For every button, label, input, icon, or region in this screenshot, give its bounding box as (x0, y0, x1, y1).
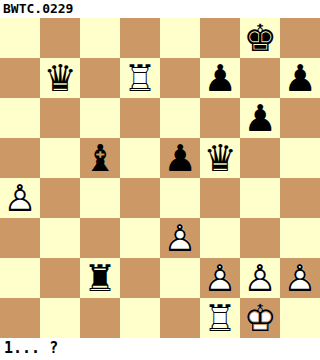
white-king-piece: ♚♔ (240, 298, 280, 338)
square-f3 (200, 218, 240, 258)
square-g6: ♟ (240, 98, 280, 138)
black-rook-piece: ♜ (80, 258, 120, 298)
square-d5 (120, 138, 160, 178)
black-pawn-piece: ♟ (200, 58, 240, 98)
square-h7: ♟ (280, 58, 320, 98)
puzzle-id: BWTC.0229 (0, 0, 320, 18)
square-e5: ♟ (160, 138, 200, 178)
square-c8 (80, 18, 120, 58)
square-e6 (160, 98, 200, 138)
square-d4 (120, 178, 160, 218)
square-a4: ♟♙ (0, 178, 40, 218)
square-a8 (0, 18, 40, 58)
square-h5 (280, 138, 320, 178)
square-h8 (280, 18, 320, 58)
square-f8 (200, 18, 240, 58)
chess-puzzle-diagram: BWTC.0229 ♚♛♜♖♟♟♟♝♟♛♟♙♟♙♜♟♙♟♙♟♙♜♖♚♔ 1...… (0, 0, 320, 360)
square-a2 (0, 258, 40, 298)
black-queen-piece: ♛ (200, 138, 240, 178)
white-pawn-piece: ♟♙ (200, 258, 240, 298)
square-b5 (40, 138, 80, 178)
square-d3 (120, 218, 160, 258)
square-c6 (80, 98, 120, 138)
square-b7: ♛ (40, 58, 80, 98)
square-h6 (280, 98, 320, 138)
square-a5 (0, 138, 40, 178)
square-d1 (120, 298, 160, 338)
black-king-piece: ♚ (240, 18, 280, 58)
square-f2: ♟♙ (200, 258, 240, 298)
black-pawn-piece: ♟ (280, 58, 320, 98)
square-c5: ♝ (80, 138, 120, 178)
white-rook-piece: ♜♖ (120, 58, 160, 98)
square-h4 (280, 178, 320, 218)
square-e7 (160, 58, 200, 98)
square-g7 (240, 58, 280, 98)
white-pawn-piece: ♟♙ (0, 178, 40, 218)
square-g8: ♚ (240, 18, 280, 58)
square-g3 (240, 218, 280, 258)
square-a3 (0, 218, 40, 258)
chess-board: ♚♛♜♖♟♟♟♝♟♛♟♙♟♙♜♟♙♟♙♟♙♜♖♚♔ (0, 18, 320, 338)
move-prompt: 1... ? (0, 338, 320, 360)
square-g2: ♟♙ (240, 258, 280, 298)
square-c2: ♜ (80, 258, 120, 298)
square-g4 (240, 178, 280, 218)
square-c4 (80, 178, 120, 218)
square-f4 (200, 178, 240, 218)
square-b1 (40, 298, 80, 338)
square-c7 (80, 58, 120, 98)
square-b2 (40, 258, 80, 298)
square-d8 (120, 18, 160, 58)
square-f6 (200, 98, 240, 138)
square-b4 (40, 178, 80, 218)
square-a6 (0, 98, 40, 138)
square-f7: ♟ (200, 58, 240, 98)
white-pawn-piece: ♟♙ (160, 218, 200, 258)
square-d2 (120, 258, 160, 298)
square-e8 (160, 18, 200, 58)
square-a1 (0, 298, 40, 338)
white-pawn-piece: ♟♙ (240, 258, 280, 298)
square-g5 (240, 138, 280, 178)
square-h3 (280, 218, 320, 258)
square-b3 (40, 218, 80, 258)
square-c1 (80, 298, 120, 338)
black-bishop-piece: ♝ (80, 138, 120, 178)
square-c3 (80, 218, 120, 258)
square-d7: ♜♖ (120, 58, 160, 98)
square-f5: ♛ (200, 138, 240, 178)
square-h2: ♟♙ (280, 258, 320, 298)
square-e1 (160, 298, 200, 338)
white-rook-piece: ♜♖ (200, 298, 240, 338)
square-h1 (280, 298, 320, 338)
square-e3: ♟♙ (160, 218, 200, 258)
square-d6 (120, 98, 160, 138)
square-e4 (160, 178, 200, 218)
square-a7 (0, 58, 40, 98)
white-pawn-piece: ♟♙ (280, 258, 320, 298)
black-queen-piece: ♛ (40, 58, 80, 98)
black-pawn-piece: ♟ (160, 138, 200, 178)
square-f1: ♜♖ (200, 298, 240, 338)
square-g1: ♚♔ (240, 298, 280, 338)
square-e2 (160, 258, 200, 298)
square-b6 (40, 98, 80, 138)
square-b8 (40, 18, 80, 58)
black-pawn-piece: ♟ (240, 98, 280, 138)
